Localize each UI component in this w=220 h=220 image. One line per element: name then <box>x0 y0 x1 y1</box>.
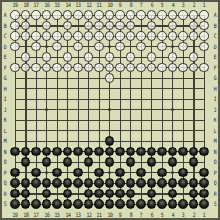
white-stone <box>136 31 146 41</box>
row-label-right: O <box>214 159 217 165</box>
col-label-bottom: 6 <box>150 212 153 218</box>
row-label-left: C <box>4 33 7 39</box>
black-stone <box>52 147 62 157</box>
row-label-left: E <box>4 54 7 60</box>
col-label-top: 6 <box>150 2 153 8</box>
black-stone <box>73 147 83 157</box>
col-label-bottom: 15 <box>55 212 60 218</box>
row-label-right: I <box>214 96 217 102</box>
white-stone <box>73 31 83 41</box>
black-stone <box>115 189 125 199</box>
col-label-bottom: 5 <box>161 212 164 218</box>
col-label-top: 9 <box>119 2 122 8</box>
white-stone <box>115 63 125 73</box>
white-stone <box>10 31 20 41</box>
black-stone <box>157 178 167 188</box>
black-stone <box>31 168 41 178</box>
col-label-bottom: 18 <box>23 212 28 218</box>
col-label-top: 19 <box>13 2 18 8</box>
white-stone <box>147 10 157 20</box>
col-label-top: 11 <box>97 2 102 8</box>
col-label-top: 16 <box>44 2 49 8</box>
white-stone <box>63 31 73 41</box>
white-stone <box>31 31 41 41</box>
row-label-right: P <box>214 170 217 176</box>
star-point <box>108 171 111 174</box>
black-stone <box>105 178 115 188</box>
black-stone <box>115 178 125 188</box>
white-stone <box>136 42 146 52</box>
white-stone <box>42 31 52 41</box>
black-stone <box>94 147 104 157</box>
row-label-left: G <box>4 75 7 81</box>
row-label-left: H <box>4 86 7 92</box>
col-label-top: 7 <box>140 2 143 8</box>
black-stone <box>10 189 20 199</box>
col-label-bottom: 3 <box>182 212 185 218</box>
row-label-right: M <box>214 138 217 144</box>
black-stone <box>147 157 157 167</box>
black-stone <box>115 168 125 178</box>
black-stone <box>10 168 20 178</box>
black-stone <box>10 178 20 188</box>
black-stone <box>63 199 73 209</box>
black-stone <box>63 157 73 167</box>
black-stone <box>136 178 146 188</box>
row-label-right: H <box>214 86 217 92</box>
black-stone <box>168 157 178 167</box>
white-stone <box>157 42 167 52</box>
white-stone <box>94 63 104 73</box>
white-stone <box>21 31 31 41</box>
black-stone <box>147 199 157 209</box>
white-stone <box>147 52 157 62</box>
white-stone <box>84 10 94 20</box>
white-stone <box>31 42 41 52</box>
white-stone <box>52 10 62 20</box>
black-stone <box>126 157 136 167</box>
col-label-bottom: 2 <box>192 212 195 218</box>
col-label-bottom: 13 <box>76 212 81 218</box>
black-stone <box>84 178 94 188</box>
white-stone <box>189 10 199 20</box>
go-board: 1919181817171616151514141313121211111010… <box>0 0 220 220</box>
black-stone <box>126 199 136 209</box>
black-stone <box>73 178 83 188</box>
col-label-top: 13 <box>76 2 81 8</box>
row-label-left: J <box>4 107 7 113</box>
white-stone <box>52 42 62 52</box>
white-stone <box>10 10 20 20</box>
white-stone <box>94 21 104 31</box>
row-label-left: S <box>4 201 7 207</box>
col-label-top: 1 <box>203 2 206 8</box>
col-label-top: 18 <box>23 2 28 8</box>
white-stone <box>94 10 104 20</box>
black-stone <box>105 157 115 167</box>
white-stone <box>84 52 94 62</box>
black-stone <box>63 178 73 188</box>
star-point <box>108 108 111 111</box>
black-stone <box>168 199 178 209</box>
row-label-right: B <box>214 23 217 29</box>
white-stone <box>199 31 209 41</box>
white-stone <box>157 31 167 41</box>
black-stone <box>126 178 136 188</box>
col-label-top: 10 <box>107 2 112 8</box>
row-label-right: R <box>214 191 217 197</box>
col-label-bottom: 11 <box>97 212 102 218</box>
white-stone <box>168 31 178 41</box>
black-stone <box>136 199 146 209</box>
black-stone <box>105 199 115 209</box>
col-label-top: 14 <box>65 2 70 8</box>
col-label-top: 3 <box>182 2 185 8</box>
row-label-right: A <box>214 12 217 18</box>
row-label-right: J <box>214 107 217 113</box>
white-stone <box>31 10 41 20</box>
row-label-left: O <box>4 159 7 165</box>
col-label-bottom: 1 <box>203 212 206 218</box>
white-stone <box>178 31 188 41</box>
white-stone <box>105 52 115 62</box>
white-stone <box>157 63 167 73</box>
white-stone <box>73 42 83 52</box>
row-label-left: B <box>4 23 7 29</box>
row-label-right: L <box>214 128 217 134</box>
star-point <box>45 171 48 174</box>
col-label-top: 5 <box>161 2 164 8</box>
white-stone <box>199 42 209 52</box>
white-stone <box>10 63 20 73</box>
black-stone <box>73 168 83 178</box>
col-label-bottom: 14 <box>65 212 70 218</box>
white-stone <box>115 21 125 31</box>
black-stone <box>42 178 52 188</box>
black-stone <box>105 136 115 146</box>
white-stone <box>42 10 52 20</box>
col-label-top: 4 <box>171 2 174 8</box>
col-label-bottom: 8 <box>129 212 132 218</box>
black-stone <box>136 147 146 157</box>
col-label-bottom: 17 <box>34 212 39 218</box>
white-stone <box>178 42 188 52</box>
white-stone <box>168 52 178 62</box>
black-stone <box>199 199 209 209</box>
star-point <box>45 45 48 48</box>
row-label-left: R <box>4 191 7 197</box>
black-stone <box>178 178 188 188</box>
black-stone <box>42 157 52 167</box>
row-label-right: D <box>214 44 217 50</box>
row-label-left: M <box>4 138 7 144</box>
row-label-left: I <box>4 96 7 102</box>
white-stone <box>52 31 62 41</box>
star-point <box>108 45 111 48</box>
white-stone <box>21 52 31 62</box>
col-label-bottom: 7 <box>140 212 143 218</box>
col-label-top: 2 <box>192 2 195 8</box>
white-stone <box>94 31 104 41</box>
white-stone <box>105 31 115 41</box>
white-stone <box>21 10 31 20</box>
row-label-right: G <box>214 75 217 81</box>
col-label-top: 12 <box>86 2 91 8</box>
white-stone <box>115 42 125 52</box>
white-stone <box>168 10 178 20</box>
col-label-bottom: 10 <box>107 212 112 218</box>
black-stone <box>199 147 209 157</box>
white-stone <box>199 21 209 31</box>
row-label-left: A <box>4 12 7 18</box>
white-stone <box>189 31 199 41</box>
black-stone <box>178 168 188 178</box>
row-label-right: E <box>214 54 217 60</box>
row-label-left: Q <box>4 180 7 186</box>
white-stone <box>178 63 188 73</box>
white-stone <box>115 31 125 41</box>
black-stone <box>189 157 199 167</box>
white-stone <box>126 31 136 41</box>
black-stone <box>115 147 125 157</box>
star-point <box>171 108 174 111</box>
white-stone <box>147 31 157 41</box>
black-stone <box>157 199 167 209</box>
black-stone <box>52 168 62 178</box>
white-stone <box>136 10 146 20</box>
black-stone <box>10 199 20 209</box>
row-label-right: N <box>214 149 217 155</box>
black-stone <box>178 147 188 157</box>
black-stone <box>199 189 209 199</box>
black-stone <box>84 157 94 167</box>
col-label-bottom: 16 <box>44 212 49 218</box>
row-label-left: K <box>4 117 7 123</box>
row-label-right: Q <box>214 180 217 186</box>
row-label-left: P <box>4 170 7 176</box>
black-stone <box>42 199 52 209</box>
white-stone <box>31 63 41 73</box>
star-point <box>171 45 174 48</box>
col-label-top: 17 <box>34 2 39 8</box>
row-label-right: K <box>214 117 217 123</box>
black-stone <box>136 168 146 178</box>
black-stone <box>21 178 31 188</box>
black-stone <box>31 199 41 209</box>
col-label-top: 8 <box>129 2 132 8</box>
white-stone <box>126 52 136 62</box>
black-stone <box>21 157 31 167</box>
black-stone <box>73 199 83 209</box>
black-stone <box>94 199 104 209</box>
white-stone <box>189 52 199 62</box>
black-stone <box>178 199 188 209</box>
white-stone <box>73 63 83 73</box>
white-stone <box>10 42 20 52</box>
row-label-left: N <box>4 149 7 155</box>
white-stone <box>136 63 146 73</box>
black-stone <box>189 199 199 209</box>
black-stone <box>199 168 209 178</box>
black-stone <box>147 178 157 188</box>
black-stone <box>94 178 104 188</box>
black-stone <box>31 178 41 188</box>
black-stone <box>84 199 94 209</box>
col-label-top: 15 <box>55 2 60 8</box>
black-stone <box>94 168 104 178</box>
star-point <box>45 108 48 111</box>
row-label-left: L <box>4 128 7 134</box>
black-stone <box>168 178 178 188</box>
black-stone <box>52 199 62 209</box>
row-label-right: S <box>214 201 217 207</box>
black-stone <box>94 189 104 199</box>
white-stone <box>63 10 73 20</box>
white-stone <box>157 10 167 20</box>
col-label-bottom: 9 <box>119 212 122 218</box>
white-stone <box>126 10 136 20</box>
black-stone <box>21 199 31 209</box>
white-stone <box>52 63 62 73</box>
white-stone <box>42 52 52 62</box>
black-stone <box>10 147 20 157</box>
white-stone <box>73 10 83 20</box>
white-stone <box>199 10 209 20</box>
black-stone <box>52 178 62 188</box>
col-label-bottom: 4 <box>171 212 174 218</box>
row-label-left: F <box>4 65 7 71</box>
col-label-bottom: 19 <box>13 212 18 218</box>
white-stone <box>10 21 20 31</box>
black-stone <box>189 178 199 188</box>
black-stone <box>199 178 209 188</box>
row-label-right: F <box>214 65 217 71</box>
black-stone <box>157 147 167 157</box>
row-label-right: C <box>214 33 217 39</box>
white-stone <box>105 10 115 20</box>
white-stone <box>105 73 115 83</box>
white-stone <box>115 10 125 20</box>
black-stone <box>115 199 125 209</box>
star-point <box>171 171 174 174</box>
white-stone <box>199 63 209 73</box>
white-stone <box>63 52 73 62</box>
white-stone <box>84 31 94 41</box>
black-stone <box>157 168 167 178</box>
black-stone <box>31 147 41 157</box>
white-stone <box>178 10 188 20</box>
white-stone <box>94 42 104 52</box>
row-label-left: D <box>4 44 7 50</box>
col-label-bottom: 12 <box>86 212 91 218</box>
